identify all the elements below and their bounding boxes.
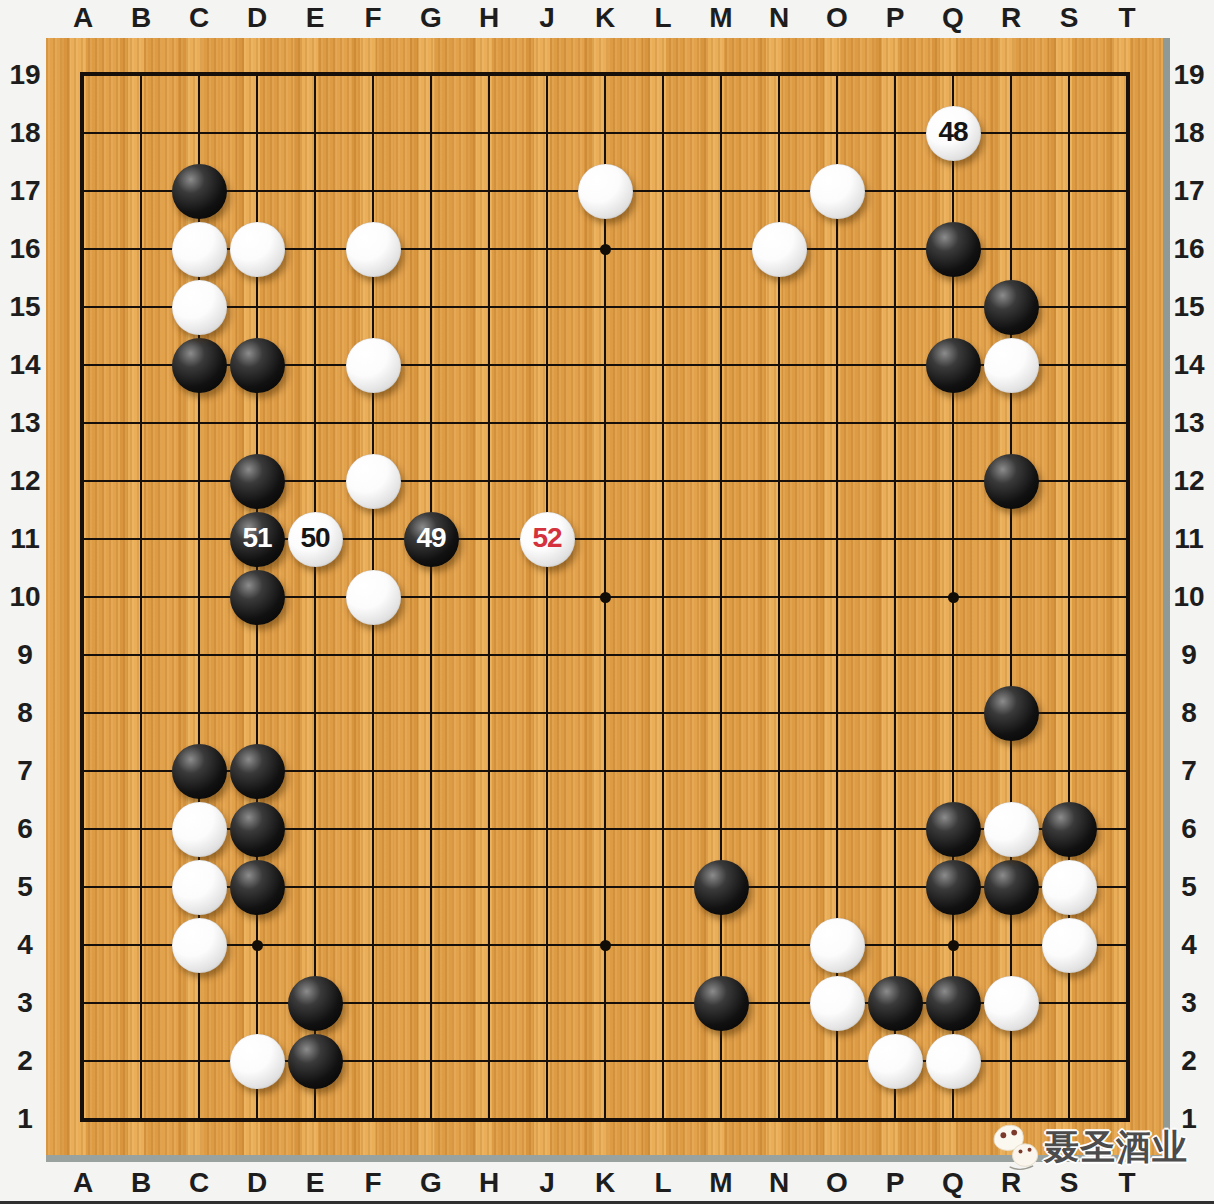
coord-bottom-M: M — [699, 1166, 743, 1200]
coord-right-16: 16 — [1167, 232, 1211, 266]
coord-left-10: 10 — [3, 580, 47, 614]
coord-top-D: D — [235, 1, 279, 35]
coord-top-B: B — [119, 1, 163, 35]
coord-top-E: E — [293, 1, 337, 35]
stone-black-R15[interactable] — [984, 280, 1039, 335]
coord-top-P: P — [873, 1, 917, 35]
stone-white-C16[interactable] — [172, 222, 227, 277]
coord-right-4: 4 — [1167, 928, 1211, 962]
coord-bottom-G: G — [409, 1166, 453, 1200]
stone-white-O17[interactable] — [810, 164, 865, 219]
coord-right-6: 6 — [1167, 812, 1211, 846]
stone-white-O3[interactable] — [810, 976, 865, 1031]
star-point-Q10 — [948, 592, 959, 603]
coord-top-T: T — [1105, 1, 1149, 35]
stone-white-D2[interactable] — [230, 1034, 285, 1089]
star-point-Q4 — [948, 940, 959, 951]
stone-white-O4[interactable] — [810, 918, 865, 973]
coord-right-9: 9 — [1167, 638, 1211, 672]
coord-left-8: 8 — [3, 696, 47, 730]
coord-bottom-B: B — [119, 1166, 163, 1200]
stone-black-S6[interactable] — [1042, 802, 1097, 857]
coord-right-17: 17 — [1167, 174, 1211, 208]
coord-bottom-L: L — [641, 1166, 685, 1200]
stone-black-R12[interactable] — [984, 454, 1039, 509]
stone-white-C6[interactable] — [172, 802, 227, 857]
stone-white-F16[interactable] — [346, 222, 401, 277]
move-number-50: 50 — [300, 524, 329, 552]
stone-white-S4[interactable] — [1042, 918, 1097, 973]
stone-black-R5[interactable] — [984, 860, 1039, 915]
coord-left-19: 19 — [3, 58, 47, 92]
stone-black-D12[interactable] — [230, 454, 285, 509]
stone-black-D7[interactable] — [230, 744, 285, 799]
coord-left-2: 2 — [3, 1044, 47, 1078]
stone-black-G11[interactable]: 49 — [404, 512, 459, 567]
stone-white-K17[interactable] — [578, 164, 633, 219]
coord-left-14: 14 — [3, 348, 47, 382]
stone-black-Q16[interactable] — [926, 222, 981, 277]
coord-top-J: J — [525, 1, 569, 35]
coord-right-8: 8 — [1167, 696, 1211, 730]
stone-white-C4[interactable] — [172, 918, 227, 973]
coord-top-A: A — [61, 1, 105, 35]
stone-black-D5[interactable] — [230, 860, 285, 915]
coord-left-16: 16 — [3, 232, 47, 266]
star-point-D4 — [252, 940, 263, 951]
coord-right-10: 10 — [1167, 580, 1211, 614]
star-point-K10 — [600, 592, 611, 603]
grid-line-vertical — [1010, 74, 1012, 1120]
move-number-48: 48 — [938, 118, 967, 146]
coord-left-17: 17 — [3, 174, 47, 208]
coord-left-11: 11 — [3, 522, 47, 556]
coord-right-2: 2 — [1167, 1044, 1211, 1078]
star-point-K16 — [600, 244, 611, 255]
coord-right-18: 18 — [1167, 116, 1211, 150]
coord-top-L: L — [641, 1, 685, 35]
grid-line-horizontal — [82, 712, 1128, 714]
coord-left-6: 6 — [3, 812, 47, 846]
stone-black-Q14[interactable] — [926, 338, 981, 393]
stone-white-F10[interactable] — [346, 570, 401, 625]
move-number-49: 49 — [416, 524, 445, 552]
stone-white-D16[interactable] — [230, 222, 285, 277]
coord-bottom-F: F — [351, 1166, 395, 1200]
stone-black-D6[interactable] — [230, 802, 285, 857]
star-point-K4 — [600, 940, 611, 951]
stone-black-Q5[interactable] — [926, 860, 981, 915]
go-diagram-page: 5149485052 AABBCCDDEEFFGGHHJJKKLLMMNNOOP… — [0, 0, 1214, 1204]
coord-left-1: 1 — [3, 1102, 47, 1136]
coord-right-12: 12 — [1167, 464, 1211, 498]
stone-black-M5[interactable] — [694, 860, 749, 915]
coord-right-19: 19 — [1167, 58, 1211, 92]
coord-left-7: 7 — [3, 754, 47, 788]
stone-black-P3[interactable] — [868, 976, 923, 1031]
stone-black-Q3[interactable] — [926, 976, 981, 1031]
coord-right-13: 13 — [1167, 406, 1211, 440]
coord-bottom-P: P — [873, 1166, 917, 1200]
coord-right-14: 14 — [1167, 348, 1211, 382]
move-number-52: 52 — [532, 524, 561, 552]
stone-black-D14[interactable] — [230, 338, 285, 393]
grid-line-vertical — [894, 74, 896, 1120]
coord-top-R: R — [989, 1, 1033, 35]
stone-white-C15[interactable] — [172, 280, 227, 335]
brand-logo-text: 聂圣酒业 — [1044, 1124, 1188, 1171]
stone-black-D10[interactable] — [230, 570, 285, 625]
stone-white-R3[interactable] — [984, 976, 1039, 1031]
brand-logo: 聂圣酒业 — [988, 1118, 1188, 1176]
coord-left-15: 15 — [3, 290, 47, 324]
coord-bottom-K: K — [583, 1166, 627, 1200]
grid-line-vertical — [720, 74, 722, 1120]
coord-top-H: H — [467, 1, 511, 35]
stone-black-M3[interactable] — [694, 976, 749, 1031]
coord-bottom-C: C — [177, 1166, 221, 1200]
grid-line-vertical — [662, 74, 664, 1120]
stone-white-Q2[interactable] — [926, 1034, 981, 1089]
stone-white-J11[interactable]: 52 — [520, 512, 575, 567]
coord-bottom-O: O — [815, 1166, 859, 1200]
stone-white-R6[interactable] — [984, 802, 1039, 857]
coord-top-Q: Q — [931, 1, 975, 35]
move-number-51: 51 — [242, 524, 271, 552]
stone-white-E11[interactable]: 50 — [288, 512, 343, 567]
stone-white-C5[interactable] — [172, 860, 227, 915]
coord-bottom-D: D — [235, 1166, 279, 1200]
coord-left-5: 5 — [3, 870, 47, 904]
coord-top-C: C — [177, 1, 221, 35]
stone-black-Q6[interactable] — [926, 802, 981, 857]
mascot-stones-icon — [988, 1119, 1044, 1175]
stone-white-N16[interactable] — [752, 222, 807, 277]
coord-left-18: 18 — [3, 116, 47, 150]
coord-right-5: 5 — [1167, 870, 1211, 904]
stone-black-D11[interactable]: 51 — [230, 512, 285, 567]
stone-white-S5[interactable] — [1042, 860, 1097, 915]
coord-left-9: 9 — [3, 638, 47, 672]
stone-black-C17[interactable] — [172, 164, 227, 219]
grid-line-horizontal — [82, 1118, 1128, 1120]
coord-right-15: 15 — [1167, 290, 1211, 324]
grid-line-horizontal — [82, 654, 1128, 656]
stone-black-R8[interactable] — [984, 686, 1039, 741]
coord-top-F: F — [351, 1, 395, 35]
coord-left-13: 13 — [3, 406, 47, 440]
coord-bottom-J: J — [525, 1166, 569, 1200]
coord-left-4: 4 — [3, 928, 47, 962]
go-board[interactable]: 5149485052 — [46, 38, 1170, 1162]
coord-bottom-E: E — [293, 1166, 337, 1200]
stone-white-R14[interactable] — [984, 338, 1039, 393]
coord-right-3: 3 — [1167, 986, 1211, 1020]
coord-top-K: K — [583, 1, 627, 35]
coord-bottom-A: A — [61, 1166, 105, 1200]
coord-top-G: G — [409, 1, 453, 35]
stone-white-P2[interactable] — [868, 1034, 923, 1089]
coord-bottom-Q: Q — [931, 1166, 975, 1200]
coord-top-O: O — [815, 1, 859, 35]
coord-top-S: S — [1047, 1, 1091, 35]
stone-white-F12[interactable] — [346, 454, 401, 509]
stone-black-C7[interactable] — [172, 744, 227, 799]
coord-left-12: 12 — [3, 464, 47, 498]
coord-top-N: N — [757, 1, 801, 35]
coord-top-M: M — [699, 1, 743, 35]
stone-black-C14[interactable] — [172, 338, 227, 393]
coord-right-7: 7 — [1167, 754, 1211, 788]
stone-black-E2[interactable] — [288, 1034, 343, 1089]
stone-white-Q18[interactable]: 48 — [926, 106, 981, 161]
coord-left-3: 3 — [3, 986, 47, 1020]
grid-line-vertical — [1126, 74, 1128, 1120]
stone-black-E3[interactable] — [288, 976, 343, 1031]
coord-right-11: 11 — [1167, 522, 1211, 556]
coord-bottom-N: N — [757, 1166, 801, 1200]
stone-white-F14[interactable] — [346, 338, 401, 393]
coord-bottom-H: H — [467, 1166, 511, 1200]
